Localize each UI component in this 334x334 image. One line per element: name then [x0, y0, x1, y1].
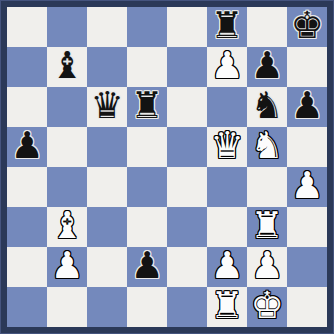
square-e7[interactable] [167, 47, 207, 87]
square-f7[interactable]: ♟ [207, 47, 247, 87]
square-a6[interactable] [7, 87, 47, 127]
white-pawn[interactable]: ♟ [290, 167, 323, 206]
white-queen[interactable]: ♛ [210, 127, 243, 166]
square-b8[interactable] [47, 7, 87, 47]
square-c8[interactable] [87, 7, 127, 47]
square-a7[interactable] [7, 47, 47, 87]
chess-board: ♜♚♝♟♟♛♜♞♟♟♛♞♟♝♜♟♟♟♟♜♚ [7, 7, 327, 327]
square-e5[interactable] [167, 127, 207, 167]
square-h8[interactable]: ♚ [287, 7, 327, 47]
square-f6[interactable] [207, 87, 247, 127]
square-g5[interactable]: ♞ [247, 127, 287, 167]
white-rook[interactable]: ♜ [250, 207, 283, 246]
white-pawn[interactable]: ♟ [250, 247, 283, 286]
square-d1[interactable] [127, 287, 167, 327]
square-c1[interactable] [87, 287, 127, 327]
square-h6[interactable]: ♟ [287, 87, 327, 127]
square-d7[interactable] [127, 47, 167, 87]
square-c4[interactable] [87, 167, 127, 207]
square-d6[interactable]: ♜ [127, 87, 167, 127]
square-c2[interactable] [87, 247, 127, 287]
square-e6[interactable] [167, 87, 207, 127]
square-d4[interactable] [127, 167, 167, 207]
black-pawn[interactable]: ♟ [130, 247, 163, 286]
square-a2[interactable] [7, 247, 47, 287]
square-b3[interactable]: ♝ [47, 207, 87, 247]
square-d2[interactable]: ♟ [127, 247, 167, 287]
square-h2[interactable] [287, 247, 327, 287]
square-g3[interactable]: ♜ [247, 207, 287, 247]
black-pawn[interactable]: ♟ [10, 127, 43, 166]
black-rook[interactable]: ♜ [210, 7, 243, 46]
square-g1[interactable]: ♚ [247, 287, 287, 327]
square-g4[interactable] [247, 167, 287, 207]
white-king[interactable]: ♚ [250, 287, 283, 326]
square-c7[interactable] [87, 47, 127, 87]
square-h3[interactable] [287, 207, 327, 247]
square-f5[interactable]: ♛ [207, 127, 247, 167]
black-pawn[interactable]: ♟ [250, 47, 283, 86]
square-b1[interactable] [47, 287, 87, 327]
square-d8[interactable] [127, 7, 167, 47]
square-b6[interactable] [47, 87, 87, 127]
square-b2[interactable]: ♟ [47, 247, 87, 287]
square-e8[interactable] [167, 7, 207, 47]
square-a8[interactable] [7, 7, 47, 47]
square-e1[interactable] [167, 287, 207, 327]
white-pawn[interactable]: ♟ [210, 247, 243, 286]
square-b7[interactable]: ♝ [47, 47, 87, 87]
square-a1[interactable] [7, 287, 47, 327]
white-pawn[interactable]: ♟ [210, 47, 243, 86]
square-a3[interactable] [7, 207, 47, 247]
square-h4[interactable]: ♟ [287, 167, 327, 207]
square-c3[interactable] [87, 207, 127, 247]
white-bishop[interactable]: ♝ [50, 207, 83, 246]
square-d5[interactable] [127, 127, 167, 167]
square-h1[interactable] [287, 287, 327, 327]
square-f2[interactable]: ♟ [207, 247, 247, 287]
white-knight[interactable]: ♞ [250, 127, 283, 166]
square-f4[interactable] [207, 167, 247, 207]
square-d3[interactable] [127, 207, 167, 247]
square-e4[interactable] [167, 167, 207, 207]
square-f8[interactable]: ♜ [207, 7, 247, 47]
square-e3[interactable] [167, 207, 207, 247]
square-g6[interactable]: ♞ [247, 87, 287, 127]
square-e2[interactable] [167, 247, 207, 287]
square-a5[interactable]: ♟ [7, 127, 47, 167]
square-h5[interactable] [287, 127, 327, 167]
square-h7[interactable] [287, 47, 327, 87]
square-f1[interactable]: ♜ [207, 287, 247, 327]
white-pawn[interactable]: ♟ [50, 247, 83, 286]
square-f3[interactable] [207, 207, 247, 247]
square-a4[interactable] [7, 167, 47, 207]
square-b4[interactable] [47, 167, 87, 207]
black-queen[interactable]: ♛ [90, 87, 123, 126]
chess-board-frame: ♜♚♝♟♟♛♜♞♟♟♛♞♟♝♜♟♟♟♟♜♚ [0, 0, 334, 334]
square-c5[interactable] [87, 127, 127, 167]
black-rook[interactable]: ♜ [130, 87, 163, 126]
black-king[interactable]: ♚ [290, 7, 323, 46]
black-pawn[interactable]: ♟ [290, 87, 323, 126]
black-knight[interactable]: ♞ [250, 87, 283, 126]
square-b5[interactable] [47, 127, 87, 167]
black-bishop[interactable]: ♝ [50, 47, 83, 86]
square-g2[interactable]: ♟ [247, 247, 287, 287]
white-rook[interactable]: ♜ [210, 287, 243, 326]
square-c6[interactable]: ♛ [87, 87, 127, 127]
square-g7[interactable]: ♟ [247, 47, 287, 87]
square-g8[interactable] [247, 7, 287, 47]
